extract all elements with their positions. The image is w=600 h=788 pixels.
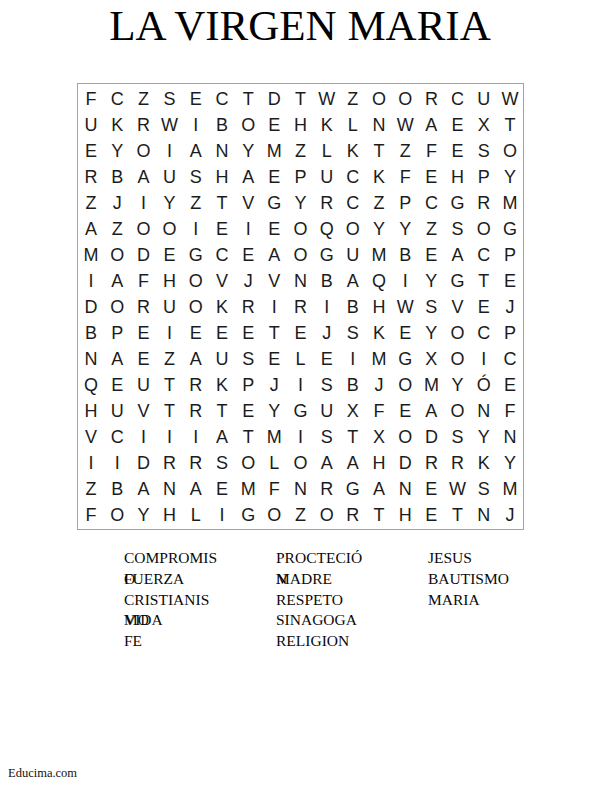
grid-cell-r10c9: E (287, 321, 313, 347)
grid-cell-r1c9: T (287, 86, 313, 112)
grid-cell-r11c6: U (209, 347, 235, 373)
grid-cell-r15c3: D (130, 451, 156, 477)
grid-cell-r17c4: H (157, 503, 183, 529)
grid-cell-r8c10: B (314, 268, 340, 294)
word-list: COMPROMIS O FUERZA CRISTIANIS MO VIDA FE… (0, 548, 600, 658)
grid-cell-r13c14: A (418, 399, 444, 425)
grid-cell-r13c11: X (340, 399, 366, 425)
grid-cell-r1c7: T (235, 86, 261, 112)
grid-cell-r16c10: R (314, 477, 340, 503)
grid-cell-r17c7: G (235, 503, 261, 529)
grid-cell-r8c1: I (78, 268, 104, 294)
grid-cell-r14c8: M (261, 425, 287, 451)
grid-cell-r8c5: O (183, 268, 209, 294)
grid-cell-r9c4: U (157, 294, 183, 320)
word-label: RESPETO (276, 591, 343, 608)
grid-cell-r15c15: R (444, 451, 470, 477)
grid-cell-r12c6: K (209, 373, 235, 399)
grid-cell-r6c12: Y (366, 216, 392, 242)
grid-cell-r7c10: G (314, 242, 340, 268)
grid-cell-r16c3: A (130, 477, 156, 503)
grid-cell-r7c14: E (418, 242, 444, 268)
grid-cell-r7c9: O (287, 242, 313, 268)
grid-cell-r1c3: Z (130, 86, 156, 112)
word-label: PROCTECIÓ (276, 549, 362, 566)
grid-cell-r9c9: R (287, 294, 313, 320)
grid-cell-r16c7: M (235, 477, 261, 503)
grid-cell-r12c17: E (497, 373, 523, 399)
grid-cell-r15c10: A (314, 451, 340, 477)
grid-cell-r15c9: O (287, 451, 313, 477)
grid-cell-r6c1: A (78, 216, 104, 242)
grid-cell-r13c7: E (235, 399, 261, 425)
grid-cell-r7c1: M (78, 242, 104, 268)
grid-cell-r16c5: A (183, 477, 209, 503)
grid-cell-r11c8: E (261, 347, 287, 373)
grid-cell-r15c11: A (340, 451, 366, 477)
grid-cell-r4c9: P (287, 164, 313, 190)
grid-cell-r8c2: A (104, 268, 130, 294)
grid-cell-r1c2: C (104, 86, 130, 112)
grid-cell-r2c3: R (130, 112, 156, 138)
grid-cell-r17c9: Z (287, 503, 313, 529)
grid-cell-r14c11: T (340, 425, 366, 451)
grid-cell-r4c15: H (444, 164, 470, 190)
word-wrap-overlay: MO (124, 610, 149, 631)
grid-cell-r8c14: Y (418, 268, 444, 294)
grid-cell-r1c14: R (418, 86, 444, 112)
grid-cell-r16c2: B (104, 477, 130, 503)
grid-cell-r15c8: L (261, 451, 287, 477)
grid-cell-r7c17: P (497, 242, 523, 268)
grid-cell-r3c2: Y (104, 138, 130, 164)
grid-cell-r13c3: V (130, 399, 156, 425)
word-list-column-3: JESUS BAUTISMO MARIA (428, 548, 509, 610)
grid-cell-r2c5: I (183, 112, 209, 138)
grid-cell-r2c2: K (104, 112, 130, 138)
grid-cell-r7c3: D (130, 242, 156, 268)
grid-cell-r12c15: Y (444, 373, 470, 399)
grid-cell-r13c1: H (78, 399, 104, 425)
grid-cell-r5c6: T (209, 190, 235, 216)
grid-cell-r5c2: J (104, 190, 130, 216)
grid-cell-r12c5: R (183, 373, 209, 399)
grid-cell-r10c13: E (392, 321, 418, 347)
word-list-item: SINAGOGA (276, 610, 362, 631)
grid-cell-r8c11: A (340, 268, 366, 294)
word-label: MARIA (428, 591, 480, 608)
grid-cell-r2c13: W (392, 112, 418, 138)
word-label: JESUS (428, 549, 472, 566)
grid-cell-r7c15: A (444, 242, 470, 268)
grid-cell-r16c8: F (261, 477, 287, 503)
word-label: SINAGOGA (276, 611, 357, 628)
grid-cell-r2c9: H (287, 112, 313, 138)
grid-cell-r11c13: G (392, 347, 418, 373)
grid-cell-r8c16: T (471, 268, 497, 294)
grid-cell-r6c15: S (444, 216, 470, 242)
grid-cell-r17c15: T (444, 503, 470, 529)
grid-cell-r6c3: O (130, 216, 156, 242)
grid-cell-r8c8: V (261, 268, 287, 294)
grid-cell-r16c13: N (392, 477, 418, 503)
word-label: COMPROMIS (124, 549, 217, 566)
grid-cell-r7c12: M (366, 242, 392, 268)
grid-cell-r5c17: M (497, 190, 523, 216)
grid-cell-r13c10: U (314, 399, 340, 425)
grid-cell-r16c17: M (497, 477, 523, 503)
grid-cell-r10c12: K (366, 321, 392, 347)
grid-cell-r13c2: U (104, 399, 130, 425)
grid-cell-r16c14: E (418, 477, 444, 503)
grid-cell-r15c14: R (418, 451, 444, 477)
word-list-item: BAUTISMO (428, 569, 509, 590)
grid-cell-r6c8: E (261, 216, 287, 242)
grid-cell-r11c15: O (444, 347, 470, 373)
grid-cell-r10c3: E (130, 321, 156, 347)
grid-cell-r11c17: C (497, 347, 523, 373)
grid-cell-r17c14: E (418, 503, 444, 529)
grid-cell-r17c10: O (314, 503, 340, 529)
word-list-item: MARIA (428, 590, 509, 611)
grid-cell-r9c5: O (183, 294, 209, 320)
grid-cell-r10c5: E (183, 321, 209, 347)
grid-cell-r12c13: O (392, 373, 418, 399)
word-list-item: N MADRE (276, 569, 362, 590)
grid-cell-r12c16: Ó (471, 373, 497, 399)
word-search-grid: FCZSECTDTWZOORCUWUKRWIBOEHKLNWAEXTEYOIAN… (77, 83, 524, 530)
grid-cell-r11c10: E (314, 347, 340, 373)
grid-cell-r15c12: H (366, 451, 392, 477)
grid-cell-r13c17: F (497, 399, 523, 425)
grid-cell-r1c4: S (157, 86, 183, 112)
grid-cell-r17c16: N (471, 503, 497, 529)
grid-cell-r10c6: E (209, 321, 235, 347)
grid-cell-r17c8: O (261, 503, 287, 529)
grid-cell-r1c11: Z (340, 86, 366, 112)
grid-cell-r5c15: G (444, 190, 470, 216)
grid-cell-r11c2: A (104, 347, 130, 373)
grid-cell-r5c9: Y (287, 190, 313, 216)
grid-cell-r17c5: L (183, 503, 209, 529)
grid-cell-r2c10: K (314, 112, 340, 138)
grid-cell-r4c8: E (261, 164, 287, 190)
grid-cell-r11c14: X (418, 347, 444, 373)
grid-cell-r7c8: A (261, 242, 287, 268)
grid-cell-r8c13: I (392, 268, 418, 294)
grid-cell-r2c11: L (340, 112, 366, 138)
grid-cell-r14c14: D (418, 425, 444, 451)
grid-cell-r1c12: O (366, 86, 392, 112)
grid-cell-r4c6: H (209, 164, 235, 190)
word-list-item: FE (124, 631, 217, 652)
grid-cell-r5c13: P (392, 190, 418, 216)
grid-cell-r3c7: Y (235, 138, 261, 164)
grid-cell-r5c7: V (235, 190, 261, 216)
grid-cell-r16c16: S (471, 477, 497, 503)
grid-cell-r4c16: P (471, 164, 497, 190)
word-wrap-overlay: O (124, 569, 135, 590)
grid-cell-r9c2: O (104, 294, 130, 320)
grid-cell-r16c9: N (287, 477, 313, 503)
grid-cell-r6c5: I (183, 216, 209, 242)
grid-cell-r3c14: F (418, 138, 444, 164)
grid-cell-r5c14: C (418, 190, 444, 216)
grid-cell-r15c5: R (183, 451, 209, 477)
word-label: BAUTISMO (428, 570, 509, 587)
grid-cell-r13c13: E (392, 399, 418, 425)
grid-cell-r5c12: Z (366, 190, 392, 216)
grid-cell-r9c8: I (261, 294, 287, 320)
word-list-item: MO VIDA (124, 610, 217, 631)
grid-cell-r9c11: B (340, 294, 366, 320)
grid-cell-r14c6: A (209, 425, 235, 451)
word-label: CRISTIANIS (124, 591, 209, 608)
grid-cell-r15c16: K (471, 451, 497, 477)
grid-cell-r3c13: Z (392, 138, 418, 164)
grid-cell-r5c16: R (471, 190, 497, 216)
grid-cell-r3c16: S (471, 138, 497, 164)
grid-cell-r7c2: O (104, 242, 130, 268)
grid-cell-r11c9: L (287, 347, 313, 373)
grid-cell-r1c17: W (497, 86, 523, 112)
grid-cell-r2c17: T (497, 112, 523, 138)
grid-cell-r4c17: Y (497, 164, 523, 190)
grid-cell-r11c5: A (183, 347, 209, 373)
grid-cell-r2c16: X (471, 112, 497, 138)
grid-cell-r9c3: R (130, 294, 156, 320)
grid-cell-r12c8: J (261, 373, 287, 399)
grid-cell-r7c16: C (471, 242, 497, 268)
word-list-item: JESUS (428, 548, 509, 569)
grid-cell-r14c13: O (392, 425, 418, 451)
grid-cell-r10c7: E (235, 321, 261, 347)
grid-cell-r4c5: S (183, 164, 209, 190)
grid-cell-r7c7: E (235, 242, 261, 268)
grid-cell-r4c13: F (392, 164, 418, 190)
grid-cell-r16c1: Z (78, 477, 104, 503)
grid-cell-r6c16: O (471, 216, 497, 242)
grid-cell-r16c12: A (366, 477, 392, 503)
grid-cell-r9c7: R (235, 294, 261, 320)
grid-cell-r11c16: I (471, 347, 497, 373)
grid-cell-r10c11: S (340, 321, 366, 347)
grid-cell-r6c11: O (340, 216, 366, 242)
grid-cell-r11c3: E (130, 347, 156, 373)
grid-cell-r13c16: N (471, 399, 497, 425)
grid-cell-r16c4: N (157, 477, 183, 503)
word-list-item: RESPETO (276, 590, 362, 611)
word-list-item: CRISTIANIS (124, 590, 217, 611)
grid-cell-r14c16: Y (471, 425, 497, 451)
grid-cell-r17c2: O (104, 503, 130, 529)
grid-cell-r10c16: C (471, 321, 497, 347)
grid-cell-r3c6: N (209, 138, 235, 164)
grid-cell-r11c1: N (78, 347, 104, 373)
grid-cell-r11c7: S (235, 347, 261, 373)
grid-cell-r4c11: C (340, 164, 366, 190)
grid-cell-r8c4: H (157, 268, 183, 294)
grid-cell-r14c12: X (366, 425, 392, 451)
grid-cell-r3c4: I (157, 138, 183, 164)
grid-cell-r11c11: I (340, 347, 366, 373)
grid-cell-r1c6: C (209, 86, 235, 112)
word-label: FE (124, 632, 142, 649)
grid-cell-r10c8: T (261, 321, 287, 347)
grid-cell-r3c5: A (183, 138, 209, 164)
grid-cell-r6c2: Z (104, 216, 130, 242)
grid-cell-r11c4: Z (157, 347, 183, 373)
grid-cell-r2c7: O (235, 112, 261, 138)
grid-cell-r1c15: C (444, 86, 470, 112)
grid-cell-r12c12: J (366, 373, 392, 399)
grid-cell-r8c7: J (235, 268, 261, 294)
grid-cell-r13c15: O (444, 399, 470, 425)
grid-cell-r3c3: O (130, 138, 156, 164)
grid-cell-r3c11: K (340, 138, 366, 164)
grid-cell-r15c1: I (78, 451, 104, 477)
grid-cell-r5c8: G (261, 190, 287, 216)
grid-cell-r8c12: Q (366, 268, 392, 294)
grid-cell-r14c4: I (157, 425, 183, 451)
grid-cell-r6c10: Q (314, 216, 340, 242)
grid-cell-r14c5: I (183, 425, 209, 451)
grid-cell-r8c17: E (497, 268, 523, 294)
grid-cell-r12c4: T (157, 373, 183, 399)
grid-cell-r4c1: R (78, 164, 104, 190)
grid-cell-r4c12: K (366, 164, 392, 190)
grid-cell-r17c3: Y (130, 503, 156, 529)
grid-cell-r1c1: F (78, 86, 104, 112)
grid-cell-r15c13: D (392, 451, 418, 477)
grid-cell-r9c15: V (444, 294, 470, 320)
grid-cell-r9c13: W (392, 294, 418, 320)
grid-cell-r1c13: O (392, 86, 418, 112)
grid-cell-r13c12: F (366, 399, 392, 425)
grid-cell-r14c10: S (314, 425, 340, 451)
grid-cell-r2c8: E (261, 112, 287, 138)
grid-cell-r3c15: E (444, 138, 470, 164)
grid-cell-r5c3: I (130, 190, 156, 216)
grid-cell-r5c10: R (314, 190, 340, 216)
grid-cell-r3c9: Z (287, 138, 313, 164)
grid-cell-r1c10: W (314, 86, 340, 112)
grid-cell-r14c9: I (287, 425, 313, 451)
grid-cell-r6c9: O (287, 216, 313, 242)
word-label: RELIGION (276, 632, 349, 649)
grid-cell-r6c7: I (235, 216, 261, 242)
grid-cell-r9c14: S (418, 294, 444, 320)
grid-cell-r4c3: A (130, 164, 156, 190)
grid-cell-r1c8: D (261, 86, 287, 112)
grid-cell-r10c4: I (157, 321, 183, 347)
grid-cell-r1c16: U (471, 86, 497, 112)
grid-cell-r4c10: U (314, 164, 340, 190)
grid-cell-r10c15: O (444, 321, 470, 347)
grid-cell-r13c4: T (157, 399, 183, 425)
grid-cell-r10c1: B (78, 321, 104, 347)
grid-cell-r10c17: P (497, 321, 523, 347)
grid-cell-r14c15: S (444, 425, 470, 451)
grid-cell-r12c3: U (130, 373, 156, 399)
grid-cell-r2c12: N (366, 112, 392, 138)
grid-cell-r4c7: A (235, 164, 261, 190)
word-list-column-2: PROCTECIÓ N MADRE RESPETO SINAGOGA RELIG… (276, 548, 362, 652)
grid-cell-r13c9: G (287, 399, 313, 425)
word-list-item: PROCTECIÓ (276, 548, 362, 569)
grid-cell-r3c17: O (497, 138, 523, 164)
grid-cell-r3c8: M (261, 138, 287, 164)
grid-cell-r12c14: M (418, 373, 444, 399)
grid-cell-r6c13: Y (392, 216, 418, 242)
grid-cell-r12c7: P (235, 373, 261, 399)
grid-cell-r14c1: V (78, 425, 104, 451)
grid-cell-r4c14: E (418, 164, 444, 190)
grid-cell-r15c6: S (209, 451, 235, 477)
grid-cell-r13c8: Y (261, 399, 287, 425)
grid-cell-r10c2: P (104, 321, 130, 347)
grid-cell-r13c6: T (209, 399, 235, 425)
grid-cell-r7c13: B (392, 242, 418, 268)
puzzle-title: LA VIRGEN MARIA (0, 3, 600, 48)
grid-cell-r9c10: I (314, 294, 340, 320)
grid-cell-r11c12: M (366, 347, 392, 373)
grid-cell-r16c6: E (209, 477, 235, 503)
grid-cell-r17c17: J (497, 503, 523, 529)
grid-cell-r7c11: U (340, 242, 366, 268)
grid-cell-r16c11: G (340, 477, 366, 503)
grid-cell-r2c4: W (157, 112, 183, 138)
grid-cell-r12c1: Q (78, 373, 104, 399)
grid-cell-r6c6: E (209, 216, 235, 242)
grid-cell-r17c11: R (340, 503, 366, 529)
grid-cell-r14c2: C (104, 425, 130, 451)
grid-cell-r9c6: K (209, 294, 235, 320)
grid-cell-r13c5: R (183, 399, 209, 425)
grid-cell-r14c7: T (235, 425, 261, 451)
grid-cell-r16c15: W (444, 477, 470, 503)
grid-cell-r7c5: G (183, 242, 209, 268)
grid-cell-r14c3: I (130, 425, 156, 451)
grid-cell-r9c17: J (497, 294, 523, 320)
grid-cell-r8c6: V (209, 268, 235, 294)
grid-cell-r8c3: F (130, 268, 156, 294)
grid-cell-r6c4: O (157, 216, 183, 242)
grid-cell-r17c12: T (366, 503, 392, 529)
grid-cell-r3c1: E (78, 138, 104, 164)
grid-cell-r4c4: U (157, 164, 183, 190)
grid-cell-r15c4: R (157, 451, 183, 477)
grid-cell-r10c14: Y (418, 321, 444, 347)
grid-cell-r6c14: Z (418, 216, 444, 242)
grid-cell-r12c11: B (340, 373, 366, 399)
grid-cell-r2c6: B (209, 112, 235, 138)
grid-cell-r15c2: I (104, 451, 130, 477)
grid-cell-r17c6: I (209, 503, 235, 529)
grid-cell-r9c12: H (366, 294, 392, 320)
grid-cell-r7c6: C (209, 242, 235, 268)
grid-cell-r5c1: Z (78, 190, 104, 216)
grid-cell-r17c1: F (78, 503, 104, 529)
grid-cell-r15c7: O (235, 451, 261, 477)
grid-cell-r12c10: S (314, 373, 340, 399)
grid-cell-r1c5: E (183, 86, 209, 112)
word-list-column-1: COMPROMIS O FUERZA CRISTIANIS MO VIDA FE (124, 548, 217, 652)
grid-cell-r2c1: U (78, 112, 104, 138)
word-list-item: O FUERZA (124, 569, 217, 590)
grid-cell-r15c17: Y (497, 451, 523, 477)
word-wrap-overlay: N (276, 569, 287, 590)
